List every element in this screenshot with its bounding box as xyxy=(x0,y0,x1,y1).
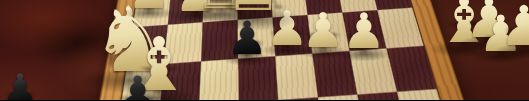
piece-white-queen-e3[interactable]: ♛♛ xyxy=(216,0,291,20)
pawn-glyph: ♟ xyxy=(116,70,161,101)
piece-black-pawn-captured-0: ♟♟ xyxy=(1,68,39,100)
piece-black-pawn-h6[interactable]: ♟♟ xyxy=(116,68,161,100)
piece-white-pawn-h3[interactable]: ♟♟ xyxy=(127,0,170,14)
pieces-layer: ♞♞♝♝♟♟♟♟♟♟♟♟♟♟♟♟♟♟♜♜♛♛♝♝♟♟♟♟♟♟♟♟ xyxy=(0,0,529,100)
piece-white-pawn-b4[interactable]: ♟♟ xyxy=(342,6,386,55)
piece-white-pawn-c4[interactable]: ♟♟ xyxy=(301,5,344,53)
chess-3d-scene: chess ♞♞♝♝♟♟♟♟♟♟♟♟♟♟♟♟♟♟♜♜♛♛♝♝♟♟♟♟♟♟♟♟ xyxy=(0,0,529,100)
piece-white-pawn-captured-3: ♟♟ xyxy=(499,0,529,52)
pawn-glyph: ♟ xyxy=(342,7,386,56)
pawn-glyph: ♟ xyxy=(301,6,344,54)
queen-glyph: ♛ xyxy=(216,0,291,23)
pawn-glyph: ♟ xyxy=(127,0,170,15)
pawn-glyph: ♟ xyxy=(1,69,39,100)
pawn-glyph: ♟ xyxy=(499,0,529,54)
